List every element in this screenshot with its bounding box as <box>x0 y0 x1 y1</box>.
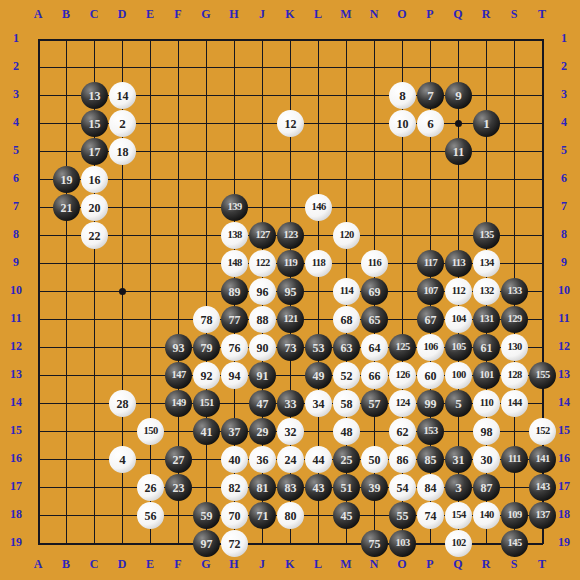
white-stone-G13[interactable]: 92 <box>193 362 220 389</box>
row-label-right: 1 <box>551 31 577 46</box>
white-stone-P17[interactable]: 84 <box>417 474 444 501</box>
black-stone-C3[interactable]: 13 <box>81 82 108 109</box>
white-stone-P4[interactable]: 6 <box>417 110 444 137</box>
black-stone-Q14[interactable]: 5 <box>445 390 472 417</box>
black-stone-Q17[interactable]: 3 <box>445 474 472 501</box>
white-stone-H19[interactable]: 72 <box>221 530 248 557</box>
white-stone-R15[interactable]: 98 <box>473 418 500 445</box>
black-stone-J14[interactable]: 47 <box>249 390 276 417</box>
black-stone-N11[interactable]: 65 <box>361 306 388 333</box>
black-stone-K9[interactable]: 119 <box>277 250 304 277</box>
column-label-bottom: P <box>417 557 443 572</box>
black-stone-N19[interactable]: 75 <box>361 530 388 557</box>
black-stone-F14[interactable]: 149 <box>165 390 192 417</box>
white-stone-J16[interactable]: 36 <box>249 446 276 473</box>
column-label-bottom: E <box>137 557 163 572</box>
row-label-right: 8 <box>551 227 577 242</box>
black-stone-L12[interactable]: 53 <box>305 334 332 361</box>
row-label-left: 3 <box>3 87 29 102</box>
black-stone-M18[interactable]: 45 <box>333 502 360 529</box>
white-stone-H9[interactable]: 148 <box>221 250 248 277</box>
black-stone-K10[interactable]: 95 <box>277 278 304 305</box>
black-stone-J18[interactable]: 71 <box>249 502 276 529</box>
white-stone-C6[interactable]: 16 <box>81 166 108 193</box>
column-label-bottom: D <box>109 557 135 572</box>
black-stone-T17[interactable]: 143 <box>529 474 556 501</box>
black-stone-R13[interactable]: 101 <box>473 362 500 389</box>
column-label-top: P <box>417 7 443 22</box>
white-stone-S12[interactable]: 130 <box>501 334 528 361</box>
column-label-bottom: F <box>165 557 191 572</box>
row-label-left: 18 <box>3 507 29 522</box>
row-label-left: 2 <box>3 59 29 74</box>
black-stone-C5[interactable]: 17 <box>81 138 108 165</box>
white-stone-T15[interactable]: 152 <box>529 418 556 445</box>
white-stone-M11[interactable]: 68 <box>333 306 360 333</box>
row-label-left: 17 <box>3 479 29 494</box>
row-label-left: 6 <box>3 171 29 186</box>
white-stone-R18[interactable]: 140 <box>473 502 500 529</box>
black-stone-P16[interactable]: 85 <box>417 446 444 473</box>
white-stone-D3[interactable]: 14 <box>109 82 136 109</box>
row-label-left: 7 <box>3 199 29 214</box>
row-label-right: 9 <box>551 255 577 270</box>
column-label-top: A <box>25 7 51 22</box>
white-stone-H8[interactable]: 138 <box>221 222 248 249</box>
black-stone-P11[interactable]: 67 <box>417 306 444 333</box>
black-stone-P3[interactable]: 7 <box>417 82 444 109</box>
black-stone-S10[interactable]: 133 <box>501 278 528 305</box>
column-label-top: O <box>389 7 415 22</box>
white-stone-R16[interactable]: 30 <box>473 446 500 473</box>
black-stone-H7[interactable]: 139 <box>221 194 248 221</box>
black-stone-O12[interactable]: 125 <box>389 334 416 361</box>
white-stone-Q11[interactable]: 104 <box>445 306 472 333</box>
row-label-right: 14 <box>551 395 577 410</box>
column-label-top: L <box>305 7 331 22</box>
white-stone-K15[interactable]: 32 <box>277 418 304 445</box>
black-stone-J8[interactable]: 127 <box>249 222 276 249</box>
black-stone-N14[interactable]: 57 <box>361 390 388 417</box>
column-label-top: D <box>109 7 135 22</box>
black-stone-F12[interactable]: 93 <box>165 334 192 361</box>
black-stone-K17[interactable]: 83 <box>277 474 304 501</box>
white-stone-Q10[interactable]: 112 <box>445 278 472 305</box>
white-stone-O4[interactable]: 10 <box>389 110 416 137</box>
black-stone-R17[interactable]: 87 <box>473 474 500 501</box>
black-stone-G19[interactable]: 97 <box>193 530 220 557</box>
white-stone-O13[interactable]: 126 <box>389 362 416 389</box>
column-label-bottom: S <box>501 557 527 572</box>
white-stone-D4[interactable]: 2 <box>109 110 136 137</box>
black-stone-T18[interactable]: 137 <box>529 502 556 529</box>
row-label-right: 19 <box>551 535 577 550</box>
black-stone-G14[interactable]: 151 <box>193 390 220 417</box>
row-label-right: 2 <box>551 59 577 74</box>
column-label-top: R <box>473 7 499 22</box>
black-stone-P9[interactable]: 117 <box>417 250 444 277</box>
black-stone-S19[interactable]: 145 <box>501 530 528 557</box>
row-label-left: 14 <box>3 395 29 410</box>
black-stone-M16[interactable]: 25 <box>333 446 360 473</box>
black-stone-G15[interactable]: 41 <box>193 418 220 445</box>
black-stone-T13[interactable]: 155 <box>529 362 556 389</box>
black-stone-R12[interactable]: 61 <box>473 334 500 361</box>
black-stone-Q3[interactable]: 9 <box>445 82 472 109</box>
column-label-top: S <box>501 7 527 22</box>
go-board[interactable]: 1314879152121061171811191621201391462213… <box>38 39 543 544</box>
white-stone-J9[interactable]: 122 <box>249 250 276 277</box>
row-label-left: 11 <box>3 311 29 326</box>
hoshi-point <box>119 288 126 295</box>
white-stone-P13[interactable]: 60 <box>417 362 444 389</box>
row-label-right: 12 <box>551 339 577 354</box>
white-stone-D16[interactable]: 4 <box>109 446 136 473</box>
column-label-bottom: R <box>473 557 499 572</box>
column-label-bottom: G <box>193 557 219 572</box>
column-label-top: Q <box>445 7 471 22</box>
black-stone-R4[interactable]: 1 <box>473 110 500 137</box>
black-stone-N17[interactable]: 39 <box>361 474 388 501</box>
black-stone-H15[interactable]: 37 <box>221 418 248 445</box>
white-stone-Q19[interactable]: 102 <box>445 530 472 557</box>
row-label-right: 6 <box>551 171 577 186</box>
black-stone-G12[interactable]: 79 <box>193 334 220 361</box>
white-stone-E18[interactable]: 56 <box>137 502 164 529</box>
column-label-top: J <box>249 7 275 22</box>
row-label-left: 15 <box>3 423 29 438</box>
white-stone-M15[interactable]: 48 <box>333 418 360 445</box>
column-label-top: M <box>333 7 359 22</box>
black-stone-P10[interactable]: 107 <box>417 278 444 305</box>
black-stone-N10[interactable]: 69 <box>361 278 388 305</box>
column-label-top: K <box>277 7 303 22</box>
column-label-bottom: M <box>333 557 359 572</box>
row-label-right: 3 <box>551 87 577 102</box>
white-stone-L9[interactable]: 118 <box>305 250 332 277</box>
white-stone-D5[interactable]: 18 <box>109 138 136 165</box>
row-label-left: 1 <box>3 31 29 46</box>
black-stone-S16[interactable]: 111 <box>501 446 528 473</box>
row-label-right: 5 <box>551 143 577 158</box>
white-stone-J12[interactable]: 90 <box>249 334 276 361</box>
column-label-bottom: B <box>53 557 79 572</box>
black-stone-T16[interactable]: 141 <box>529 446 556 473</box>
column-label-bottom: L <box>305 557 331 572</box>
white-stone-E17[interactable]: 26 <box>137 474 164 501</box>
column-label-top: F <box>165 7 191 22</box>
row-label-left: 4 <box>3 115 29 130</box>
black-stone-Q16[interactable]: 31 <box>445 446 472 473</box>
column-label-bottom: K <box>277 557 303 572</box>
white-stone-L14[interactable]: 34 <box>305 390 332 417</box>
black-stone-F16[interactable]: 27 <box>165 446 192 473</box>
black-stone-J13[interactable]: 91 <box>249 362 276 389</box>
column-label-top: H <box>221 7 247 22</box>
row-label-left: 5 <box>3 143 29 158</box>
row-label-left: 19 <box>3 535 29 550</box>
white-stone-K16[interactable]: 24 <box>277 446 304 473</box>
row-label-right: 4 <box>551 115 577 130</box>
row-label-right: 10 <box>551 283 577 298</box>
white-stone-M10[interactable]: 114 <box>333 278 360 305</box>
black-stone-R8[interactable]: 135 <box>473 222 500 249</box>
black-stone-R11[interactable]: 131 <box>473 306 500 333</box>
column-label-bottom: Q <box>445 557 471 572</box>
black-stone-F13[interactable]: 147 <box>165 362 192 389</box>
row-label-left: 9 <box>3 255 29 270</box>
white-stone-C8[interactable]: 22 <box>81 222 108 249</box>
column-label-top: G <box>193 7 219 22</box>
row-label-left: 13 <box>3 367 29 382</box>
row-label-left: 16 <box>3 451 29 466</box>
white-stone-N16[interactable]: 50 <box>361 446 388 473</box>
white-stone-R10[interactable]: 132 <box>473 278 500 305</box>
black-stone-S11[interactable]: 129 <box>501 306 528 333</box>
white-stone-H13[interactable]: 94 <box>221 362 248 389</box>
white-stone-N12[interactable]: 64 <box>361 334 388 361</box>
white-stone-K18[interactable]: 80 <box>277 502 304 529</box>
white-stone-Q13[interactable]: 100 <box>445 362 472 389</box>
column-label-top: N <box>361 7 387 22</box>
white-stone-H18[interactable]: 70 <box>221 502 248 529</box>
row-label-left: 10 <box>3 283 29 298</box>
column-label-bottom: C <box>81 557 107 572</box>
black-stone-G18[interactable]: 59 <box>193 502 220 529</box>
white-stone-P18[interactable]: 74 <box>417 502 444 529</box>
row-label-left: 12 <box>3 339 29 354</box>
white-stone-M13[interactable]: 52 <box>333 362 360 389</box>
black-stone-L13[interactable]: 49 <box>305 362 332 389</box>
black-stone-S18[interactable]: 109 <box>501 502 528 529</box>
black-stone-Q12[interactable]: 105 <box>445 334 472 361</box>
white-stone-C7[interactable]: 20 <box>81 194 108 221</box>
black-stone-Q5[interactable]: 11 <box>445 138 472 165</box>
white-stone-P12[interactable]: 106 <box>417 334 444 361</box>
column-label-top: B <box>53 7 79 22</box>
white-stone-S13[interactable]: 128 <box>501 362 528 389</box>
black-stone-C4[interactable]: 15 <box>81 110 108 137</box>
black-stone-O19[interactable]: 103 <box>389 530 416 557</box>
white-stone-N9[interactable]: 116 <box>361 250 388 277</box>
column-label-bottom: T <box>529 557 555 572</box>
white-stone-H17[interactable]: 82 <box>221 474 248 501</box>
row-label-right: 7 <box>551 199 577 214</box>
white-stone-J10[interactable]: 96 <box>249 278 276 305</box>
white-stone-G11[interactable]: 78 <box>193 306 220 333</box>
black-stone-K14[interactable]: 33 <box>277 390 304 417</box>
black-stone-K12[interactable]: 73 <box>277 334 304 361</box>
hoshi-point <box>455 120 462 127</box>
column-label-bottom: H <box>221 557 247 572</box>
white-stone-H12[interactable]: 76 <box>221 334 248 361</box>
column-label-top: T <box>529 7 555 22</box>
white-stone-Q18[interactable]: 154 <box>445 502 472 529</box>
black-stone-M12[interactable]: 63 <box>333 334 360 361</box>
black-stone-B7[interactable]: 21 <box>53 194 80 221</box>
white-stone-K4[interactable]: 12 <box>277 110 304 137</box>
white-stone-S14[interactable]: 144 <box>501 390 528 417</box>
white-stone-O15[interactable]: 62 <box>389 418 416 445</box>
white-stone-O16[interactable]: 86 <box>389 446 416 473</box>
white-stone-O17[interactable]: 54 <box>389 474 416 501</box>
go-kifu-page: ABCDEFGHJKLMNOPQRST ABCDEFGHJKLMNOPQRST … <box>0 0 580 580</box>
white-stone-L16[interactable]: 44 <box>305 446 332 473</box>
black-stone-K11[interactable]: 121 <box>277 306 304 333</box>
black-stone-L17[interactable]: 43 <box>305 474 332 501</box>
white-stone-J11[interactable]: 88 <box>249 306 276 333</box>
black-stone-O18[interactable]: 55 <box>389 502 416 529</box>
white-stone-H16[interactable]: 40 <box>221 446 248 473</box>
black-stone-K8[interactable]: 123 <box>277 222 304 249</box>
white-stone-E15[interactable]: 150 <box>137 418 164 445</box>
black-stone-P14[interactable]: 99 <box>417 390 444 417</box>
row-label-right: 11 <box>551 311 577 326</box>
column-label-bottom: N <box>361 557 387 572</box>
black-stone-B6[interactable]: 19 <box>53 166 80 193</box>
white-stone-M14[interactable]: 58 <box>333 390 360 417</box>
column-label-top: C <box>81 7 107 22</box>
column-label-top: E <box>137 7 163 22</box>
black-stone-M17[interactable]: 51 <box>333 474 360 501</box>
white-stone-R14[interactable]: 110 <box>473 390 500 417</box>
black-stone-J15[interactable]: 29 <box>249 418 276 445</box>
black-stone-J17[interactable]: 81 <box>249 474 276 501</box>
white-stone-O14[interactable]: 124 <box>389 390 416 417</box>
white-stone-M8[interactable]: 120 <box>333 222 360 249</box>
column-label-bottom: A <box>25 557 51 572</box>
black-stone-H10[interactable]: 89 <box>221 278 248 305</box>
white-stone-L7[interactable]: 146 <box>305 194 332 221</box>
black-stone-P15[interactable]: 153 <box>417 418 444 445</box>
white-stone-R9[interactable]: 134 <box>473 250 500 277</box>
white-stone-O3[interactable]: 8 <box>389 82 416 109</box>
row-label-left: 8 <box>3 227 29 242</box>
column-label-bottom: O <box>389 557 415 572</box>
column-label-bottom: J <box>249 557 275 572</box>
white-stone-N13[interactable]: 66 <box>361 362 388 389</box>
white-stone-D14[interactable]: 28 <box>109 390 136 417</box>
black-stone-H11[interactable]: 77 <box>221 306 248 333</box>
black-stone-Q9[interactable]: 113 <box>445 250 472 277</box>
black-stone-F17[interactable]: 23 <box>165 474 192 501</box>
